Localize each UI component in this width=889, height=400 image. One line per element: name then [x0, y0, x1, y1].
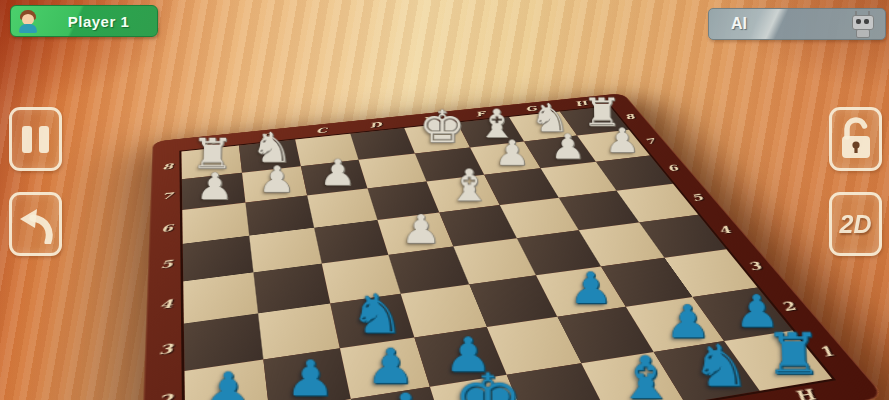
view-2d-label: 2D — [840, 210, 872, 239]
ai-banner: AI — [708, 8, 886, 40]
black-bishop[interactable]: ♝ — [438, 163, 500, 207]
square-a2[interactable]: ♟ — [185, 360, 270, 400]
lock-button[interactable] — [829, 107, 882, 171]
square-c1[interactable]: ♝ — [351, 387, 448, 400]
rank-labels-left: 87654321 — [145, 152, 183, 400]
robot-icon — [849, 11, 875, 37]
rank-label-5: 5 — [152, 244, 181, 285]
black-pawn[interactable]: ♟ — [307, 155, 368, 191]
game-screen: ABCDEFGH ABCDEFGH 87654321 87654321 ♜♞♚♝… — [0, 0, 889, 400]
square-c7[interactable]: ♟ — [301, 160, 368, 196]
square-a7[interactable]: ♟ — [182, 173, 246, 210]
chessboard-3d: ABCDEFGH ABCDEFGH 87654321 87654321 ♜♞♚♝… — [139, 93, 886, 400]
rank-label-4: 4 — [150, 282, 181, 328]
square-e8[interactable]: ♚ — [404, 122, 470, 153]
rank-label-3: 3 — [149, 324, 182, 376]
white-pawn[interactable]: ♟ — [186, 366, 269, 400]
white-pawn[interactable]: ♟ — [554, 267, 627, 310]
undo-arrow-icon — [16, 204, 56, 244]
black-pawn[interactable]: ♟ — [183, 168, 246, 205]
black-pawn[interactable]: ♟ — [388, 210, 454, 250]
rank-label-8: 8 — [155, 152, 180, 183]
rank-label-2: 2 — [147, 371, 182, 400]
pause-icon — [22, 126, 32, 153]
white-bishop[interactable]: ♝ — [604, 349, 687, 400]
white-king[interactable]: ♚ — [446, 365, 530, 400]
pause-button[interactable] — [9, 107, 62, 171]
black-pawn[interactable]: ♟ — [593, 124, 651, 158]
view-2d-button[interactable]: 2D — [829, 192, 882, 256]
white-bishop[interactable]: ♝ — [362, 386, 448, 400]
rank-label-7: 7 — [154, 180, 180, 214]
square-a5[interactable] — [183, 236, 254, 282]
white-rook[interactable]: ♜ — [753, 326, 834, 383]
square-b7[interactable]: ♟ — [242, 166, 307, 202]
white-knight[interactable]: ♞ — [339, 287, 414, 341]
white-knight[interactable]: ♞ — [680, 337, 762, 395]
rank-label-6: 6 — [153, 210, 181, 247]
player1-name: Player 1 — [40, 13, 157, 30]
white-pawn[interactable]: ♟ — [269, 354, 351, 400]
black-pawn[interactable]: ♟ — [246, 161, 308, 197]
square-a4[interactable] — [183, 272, 258, 323]
ai-name: AI — [731, 15, 747, 33]
board-frame: ABCDEFGH ABCDEFGH 87654321 87654321 ♜♞♚♝… — [139, 93, 886, 400]
square-b2[interactable]: ♟ — [263, 348, 350, 400]
undo-button[interactable] — [9, 192, 62, 256]
square-d5[interactable]: ♟ — [377, 212, 453, 255]
player1-avatar-icon — [16, 9, 40, 33]
black-king[interactable]: ♚ — [414, 104, 470, 149]
square-b5[interactable] — [249, 228, 322, 273]
black-pawn[interactable]: ♟ — [539, 130, 597, 164]
player1-banner: Player 1 — [10, 5, 158, 37]
open-padlock-icon — [835, 116, 877, 162]
